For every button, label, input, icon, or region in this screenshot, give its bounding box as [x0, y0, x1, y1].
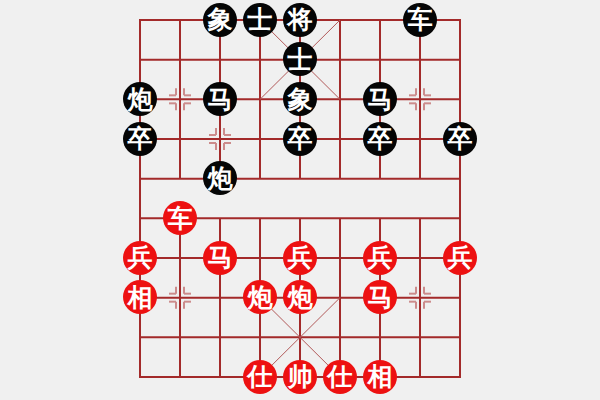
board-cell: 象 [200, 0, 240, 40]
board-cell: 相 [120, 278, 160, 318]
piece-black-elephant[interactable]: 象 [203, 3, 237, 37]
board-cell: 马 [200, 79, 240, 119]
piece-black-advisor[interactable]: 士 [243, 3, 277, 37]
piece-red-rook[interactable]: 车 [163, 201, 197, 235]
board-cell: 炮 [120, 79, 160, 119]
piece-black-horse[interactable]: 马 [363, 82, 397, 116]
piece-black-pawn[interactable]: 卒 [363, 122, 397, 156]
board-cell: 兵 [120, 238, 160, 278]
piece-red-cannon[interactable]: 炮 [283, 280, 317, 314]
piece-red-advisor[interactable]: 仕 [323, 360, 357, 394]
piece-red-pawn[interactable]: 兵 [123, 241, 157, 275]
piece-black-horse[interactable]: 马 [203, 82, 237, 116]
board-cell: 象 [280, 79, 320, 119]
board-cell: 士 [240, 0, 280, 40]
board-cell: 相 [360, 357, 400, 397]
board-cell: 仕 [240, 357, 280, 397]
board-cell: 马 [360, 79, 400, 119]
board-cell: 炮 [280, 278, 320, 318]
board-cell: 兵 [280, 238, 320, 278]
board-cell: 卒 [440, 119, 480, 159]
xiangqi-board-screen: 象士将车士炮马象马卒卒卒卒炮车兵马兵兵兵相炮炮马仕帅仕相 [0, 0, 600, 400]
piece-red-advisor[interactable]: 仕 [243, 360, 277, 394]
piece-red-horse[interactable]: 马 [363, 280, 397, 314]
board-cell: 炮 [200, 159, 240, 199]
board-cell: 士 [280, 40, 320, 80]
piece-red-pawn[interactable]: 兵 [443, 241, 477, 275]
piece-black-pawn[interactable]: 卒 [123, 122, 157, 156]
piece-black-pawn[interactable]: 卒 [283, 122, 317, 156]
board-cell: 炮 [240, 278, 280, 318]
piece-red-elephant[interactable]: 相 [363, 360, 397, 394]
piece-red-pawn[interactable]: 兵 [283, 241, 317, 275]
board-cell: 仕 [320, 357, 360, 397]
piece-black-advisor[interactable]: 士 [283, 42, 317, 76]
piece-red-king[interactable]: 帅 [283, 360, 317, 394]
board-cell: 卒 [360, 119, 400, 159]
board-cell: 车 [160, 198, 200, 238]
board-cell: 将 [280, 0, 320, 40]
board-cell: 卒 [280, 119, 320, 159]
piece-black-cannon[interactable]: 炮 [203, 161, 237, 195]
board-cell: 帅 [280, 357, 320, 397]
board-cell: 马 [360, 278, 400, 318]
piece-red-horse[interactable]: 马 [203, 241, 237, 275]
piece-black-elephant[interactable]: 象 [283, 82, 317, 116]
board-cell: 卒 [120, 119, 160, 159]
piece-red-pawn[interactable]: 兵 [363, 241, 397, 275]
piece-black-cannon[interactable]: 炮 [123, 82, 157, 116]
board-cell: 车 [400, 0, 440, 40]
piece-black-pawn[interactable]: 卒 [443, 122, 477, 156]
piece-red-cannon[interactable]: 炮 [243, 280, 277, 314]
board-cell: 马 [200, 238, 240, 278]
piece-red-elephant[interactable]: 相 [123, 280, 157, 314]
piece-black-rook[interactable]: 车 [403, 3, 437, 37]
piece-black-king[interactable]: 将 [283, 3, 317, 37]
board-cell: 兵 [360, 238, 400, 278]
board-cell: 兵 [440, 238, 480, 278]
xiangqi-board: 象士将车士炮马象马卒卒卒卒炮车兵马兵兵兵相炮炮马仕帅仕相 [120, 0, 480, 397]
